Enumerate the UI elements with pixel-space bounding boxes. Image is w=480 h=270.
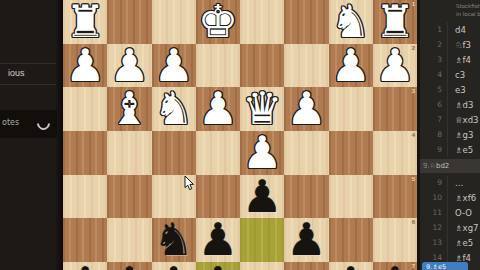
square-a6[interactable]: 6 [373,218,417,262]
square-d3[interactable]: ♛ [240,87,284,131]
move-white[interactable]: e3 [448,85,466,95]
analysis-panel: Stockfish 14 in local browser 1d42♘f33♗f… [417,0,480,270]
move-number: 12 [420,220,448,235]
move-number: 7 [420,112,448,127]
move-number: 9 [420,142,448,157]
square-c2[interactable] [284,44,328,88]
square-c4[interactable] [284,131,328,175]
move-white[interactable]: d4 [448,25,466,35]
white-knight-b1[interactable]: ♞ [330,0,370,44]
move-number: 10 [420,190,448,205]
square-d6[interactable] [240,218,284,262]
move-row-4: 4c3 [420,67,480,82]
move-number: 1 [420,22,448,37]
square-h4[interactable] [63,131,107,175]
move-white[interactable]: ♘f3 [448,40,471,50]
black-pawn-e6[interactable]: ♟ [198,218,238,262]
square-f3[interactable]: ♞ [152,87,196,131]
sidebar-divider [0,63,56,64]
white-pawn-b2[interactable]: ♟ [330,44,370,88]
square-h5[interactable] [63,175,107,219]
square-f2[interactable]: ♟ [152,44,196,88]
square-g3[interactable]: ♝ [107,87,151,131]
move-white[interactable]: ♗d3 [448,100,473,110]
move-list: 1d42♘f33♗f44c35e36♗d37♕xd38♗g39♗e59.♘bd2… [420,22,480,265]
move-number: 2 [420,37,448,52]
move-number: 11 [420,205,448,220]
square-h1[interactable]: ♜ [63,0,107,44]
move-number: 13 [420,235,448,250]
rank-label-1: 1 [412,1,415,8]
square-a3[interactable]: 3 [373,87,417,131]
square-b1[interactable]: ♞ [329,0,373,44]
square-h2[interactable]: ♟ [63,44,107,88]
engine-location: in local browser [456,11,480,17]
square-e2[interactable] [196,44,240,88]
move-white[interactable]: O-O [448,208,472,218]
move-row-13: 13♗e5 [420,235,480,250]
white-rook-a1[interactable]: ♜ [375,0,415,44]
notes-label: otes [2,118,19,127]
move-row-12: 12♗xg7 [420,220,480,235]
rank-label-3: 3 [412,88,415,95]
white-pawn-e3[interactable]: ♟ [198,87,238,131]
engine-name: Stockfish 14 [456,3,480,9]
rank-label-6: 6 [412,219,415,226]
current-move-chip[interactable]: 9.♗e5 [422,262,468,270]
square-f6[interactable]: ♞ [152,218,196,262]
move-white[interactable]: ♗f4 [448,55,471,65]
move-number: 8 [420,127,448,142]
square-f4[interactable] [152,131,196,175]
engine-header[interactable]: Stockfish 14 in local browser [420,0,480,22]
square-h3[interactable] [63,87,107,131]
square-h6[interactable] [63,218,107,262]
square-d1[interactable] [240,0,284,44]
white-rook-h1[interactable]: ♜ [65,0,105,44]
white-king-e1[interactable]: ♚ [198,0,238,44]
mouse-cursor [184,176,196,191]
square-c5[interactable] [284,175,328,219]
black-pawn-d5[interactable]: ♟ [242,175,282,219]
square-a4[interactable]: 4 [373,131,417,175]
square-e7[interactable]: ♝ [196,262,240,270]
square-b3[interactable] [329,87,373,131]
rank-label-4: 4 [412,132,415,139]
move-white[interactable]: ♗e5 [448,238,473,248]
black-bishop-e7[interactable]: ♝ [198,262,238,270]
square-g6[interactable] [107,218,151,262]
move-white[interactable]: ♗xg7 [448,223,478,233]
black-pawn-c6[interactable]: ♟ [286,218,326,262]
move-white[interactable]: c3 [448,70,465,80]
square-g7[interactable]: ♟ [107,262,151,270]
move-row-10: 10♗xf6 [420,190,480,205]
square-e4[interactable] [196,131,240,175]
sidebar-shadow [55,0,63,270]
move-white[interactable]: ♗f4 [448,253,471,263]
move-white[interactable]: ♗xf6 [448,193,476,203]
rank-label-5: 5 [412,176,415,183]
square-g4[interactable] [107,131,151,175]
move-row-11: 11O-O [420,205,480,220]
square-d5[interactable]: ♟ [240,175,284,219]
square-b4[interactable] [329,131,373,175]
rank-label-2: 2 [412,45,415,52]
white-pawn-a2[interactable]: ♟ [375,44,415,88]
square-c3[interactable]: ♟ [284,87,328,131]
move-number: 3 [420,52,448,67]
move-number: 4 [420,67,448,82]
chess-board[interactable]: ♜♚♞♜1♟♟♟♟♟2♝♞♟♛♟3♟4♟5♞♟♟6♟♟♟♝♟♟7 [63,0,417,270]
sidebar-item-previous[interactable]: ious [8,68,25,78]
white-pawn-h2[interactable]: ♟ [65,44,105,88]
square-c7[interactable] [284,262,328,270]
square-b7[interactable]: ♟ [329,262,373,270]
square-e6[interactable]: ♟ [196,218,240,262]
square-g5[interactable] [107,175,151,219]
square-d7[interactable] [240,262,284,270]
black-pawn-g7[interactable]: ♟ [109,262,149,270]
square-b6[interactable] [329,218,373,262]
move-white[interactable]: ♗e5 [448,145,473,155]
move-number: 5 [420,82,448,97]
square-a5[interactable]: 5 [373,175,417,219]
move-row-2: 2♘f3 [420,37,480,52]
square-b5[interactable] [329,175,373,219]
move-row-6: 6♗d3 [420,97,480,112]
white-knight-f3[interactable]: ♞ [153,87,193,131]
square-e1[interactable]: ♚ [196,0,240,44]
square-d2[interactable] [240,44,284,88]
black-pawn-f7[interactable]: ♟ [153,262,193,270]
move-white[interactable]: ♕xd3 [448,115,478,125]
white-queen-d3[interactable]: ♛ [242,87,282,131]
square-a1[interactable]: ♜1 [373,0,417,44]
white-pawn-f2[interactable]: ♟ [153,44,193,88]
square-f1[interactable] [152,0,196,44]
white-pawn-g2[interactable]: ♟ [109,44,149,88]
black-knight-f6[interactable]: ♞ [153,218,193,262]
black-pawn-b7[interactable]: ♟ [330,262,370,270]
square-f7[interactable]: ♟ [152,262,196,270]
variation-move: ♘bd2 [430,162,450,170]
square-e3[interactable]: ♟ [196,87,240,131]
app-sidebar: ious otes [0,0,63,270]
square-g2[interactable]: ♟ [107,44,151,88]
white-bishop-g3[interactable]: ♝ [109,87,149,131]
white-pawn-c3[interactable]: ♟ [286,87,326,131]
move-row-8: 8♗g3 [420,127,480,142]
move-row-3: 3♗f4 [420,52,480,67]
sidebar-item-notes[interactable]: otes [0,110,57,138]
move-row-7: 7♕xd3 [420,112,480,127]
move-white[interactable]: ♗g3 [448,130,473,140]
square-c6[interactable]: ♟ [284,218,328,262]
square-e5[interactable] [196,175,240,219]
phone-icon [34,114,52,132]
move-row-9: 9♗e5 [420,142,480,157]
move-white[interactable]: ... [448,178,463,188]
square-d4[interactable]: ♟ [240,131,284,175]
move-row-1: 1d4 [420,22,480,37]
move-number: 9 [420,175,448,190]
sidebar-divider [0,84,56,85]
square-b2[interactable]: ♟ [329,44,373,88]
square-a2[interactable]: ♟2 [373,44,417,88]
move-number: 6 [420,97,448,112]
move-row-9: 9... [420,175,480,190]
rank-label-7: 7 [412,263,415,270]
black-pawn-h7[interactable]: ♟ [65,262,105,270]
variation-move-number: 9. [423,162,430,170]
move-row-5: 5e3 [420,82,480,97]
black-pawn-a7[interactable]: ♟ [375,262,415,270]
square-g1[interactable] [107,0,151,44]
variation-line[interactable]: 9.♘bd2 [420,159,480,173]
square-a7[interactable]: ♟7 [373,262,417,270]
square-c1[interactable] [284,0,328,44]
square-h7[interactable]: ♟ [63,262,107,270]
white-pawn-d4[interactable]: ♟ [242,131,282,175]
